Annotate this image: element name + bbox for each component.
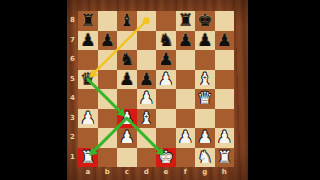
square-g7[interactable]: ♟: [195, 31, 215, 51]
letterbox-left: [0, 0, 67, 180]
black-knight-c6[interactable]: ♞: [119, 50, 134, 69]
board-frame: ♜♝♜♚♟♟♞♟♟♟♞♟♛♟♟♟♝♟♛♟♟♝♟♟♟♟♜♚♞♜ 87654321 …: [67, 0, 248, 180]
square-h7[interactable]: ♟: [215, 31, 235, 51]
square-b3[interactable]: [98, 109, 118, 129]
white-knight-g1[interactable]: ♞: [197, 147, 212, 166]
square-f3[interactable]: [176, 109, 196, 129]
square-g4[interactable]: ♛: [195, 89, 215, 109]
square-h5[interactable]: [215, 70, 235, 90]
white-pawn-e5[interactable]: ♟: [158, 69, 173, 88]
file-label-d: d: [137, 167, 157, 178]
square-e8[interactable]: [156, 11, 176, 31]
white-queen-g4[interactable]: ♛: [197, 89, 212, 108]
square-g8[interactable]: ♚: [195, 11, 215, 31]
square-c3[interactable]: ♟: [117, 109, 137, 129]
black-king-g8[interactable]: ♚: [197, 11, 212, 30]
file-label-h: h: [215, 167, 235, 178]
black-pawn-c5[interactable]: ♟: [119, 69, 134, 88]
black-pawn-d5[interactable]: ♟: [139, 69, 154, 88]
square-h3[interactable]: [215, 109, 235, 129]
square-b7[interactable]: ♟: [98, 31, 118, 51]
white-pawn-a3[interactable]: ♟: [80, 108, 95, 127]
black-knight-e7[interactable]: ♞: [158, 30, 173, 49]
file-label-a: a: [78, 167, 98, 178]
black-pawn-f7[interactable]: ♟: [178, 30, 193, 49]
white-rook-a1[interactable]: ♜: [80, 147, 95, 166]
square-a6[interactable]: [78, 50, 98, 70]
file-label-b: b: [98, 167, 118, 178]
white-pawn-c3[interactable]: ♟: [119, 108, 134, 127]
square-h4[interactable]: [215, 89, 235, 109]
file-label-e: e: [156, 167, 176, 178]
black-pawn-e6[interactable]: ♟: [158, 50, 173, 69]
square-a7[interactable]: ♟: [78, 31, 98, 51]
square-g3[interactable]: [195, 109, 215, 129]
rank-label-8: 8: [67, 11, 78, 31]
square-e7[interactable]: ♞: [156, 31, 176, 51]
square-h1[interactable]: ♜: [215, 148, 235, 168]
square-f2[interactable]: ♟: [176, 128, 196, 148]
rank-label-2: 2: [67, 128, 78, 148]
square-c2[interactable]: ♟: [117, 128, 137, 148]
chess-board: ♜♝♜♚♟♟♞♟♟♟♞♟♛♟♟♟♝♟♛♟♟♝♟♟♟♟♜♚♞♜: [78, 11, 234, 167]
square-e4[interactable]: [156, 89, 176, 109]
rank-label-7: 7: [67, 31, 78, 51]
black-rook-f8[interactable]: ♜: [178, 11, 193, 30]
square-b5[interactable]: [98, 70, 118, 90]
black-queen-a5[interactable]: ♛: [80, 69, 95, 88]
square-h6[interactable]: [215, 50, 235, 70]
square-f5[interactable]: [176, 70, 196, 90]
white-pawn-h2[interactable]: ♟: [217, 128, 232, 147]
white-pawn-c2[interactable]: ♟: [119, 128, 134, 147]
square-b8[interactable]: [98, 11, 118, 31]
square-h2[interactable]: ♟: [215, 128, 235, 148]
square-b2[interactable]: [98, 128, 118, 148]
square-a5[interactable]: ♛: [78, 70, 98, 90]
square-g6[interactable]: [195, 50, 215, 70]
white-king-e1[interactable]: ♚: [158, 147, 173, 166]
white-bishop-d3[interactable]: ♝: [139, 108, 154, 127]
rank-label-6: 6: [67, 50, 78, 70]
square-f1[interactable]: [176, 148, 196, 168]
file-label-g: g: [195, 167, 215, 178]
square-d6[interactable]: [137, 50, 157, 70]
square-d5[interactable]: ♟: [137, 70, 157, 90]
square-d7[interactable]: [137, 31, 157, 51]
letterbox-right: [248, 0, 320, 180]
square-a4[interactable]: [78, 89, 98, 109]
white-rook-h1[interactable]: ♜: [217, 147, 232, 166]
square-h8[interactable]: [215, 11, 235, 31]
square-b6[interactable]: [98, 50, 118, 70]
square-b4[interactable]: [98, 89, 118, 109]
square-d3[interactable]: ♝: [137, 109, 157, 129]
square-d1[interactable]: [137, 148, 157, 168]
square-c5[interactable]: ♟: [117, 70, 137, 90]
square-b1[interactable]: [98, 148, 118, 168]
square-f6[interactable]: [176, 50, 196, 70]
square-e1[interactable]: ♚: [156, 148, 176, 168]
white-pawn-d4[interactable]: ♟: [139, 89, 154, 108]
square-d8[interactable]: [137, 11, 157, 31]
black-pawn-a7[interactable]: ♟: [80, 30, 95, 49]
square-d4[interactable]: ♟: [137, 89, 157, 109]
square-c4[interactable]: [117, 89, 137, 109]
square-a8[interactable]: ♜: [78, 11, 98, 31]
black-pawn-b7[interactable]: ♟: [100, 30, 115, 49]
square-f4[interactable]: [176, 89, 196, 109]
rank-label-3: 3: [67, 109, 78, 129]
white-pawn-f2[interactable]: ♟: [178, 128, 193, 147]
square-f8[interactable]: ♜: [176, 11, 196, 31]
square-a2[interactable]: [78, 128, 98, 148]
square-e6[interactable]: ♟: [156, 50, 176, 70]
square-c1[interactable]: [117, 148, 137, 168]
file-label-f: f: [176, 167, 196, 178]
square-f7[interactable]: ♟: [176, 31, 196, 51]
square-e5[interactable]: ♟: [156, 70, 176, 90]
black-rook-a8[interactable]: ♜: [80, 11, 95, 30]
square-g5[interactable]: ♝: [195, 70, 215, 90]
square-c8[interactable]: ♝: [117, 11, 137, 31]
square-c7[interactable]: [117, 31, 137, 51]
square-g1[interactable]: ♞: [195, 148, 215, 168]
screenshot-stage: ♜♝♜♚♟♟♞♟♟♟♞♟♛♟♟♟♝♟♛♟♟♝♟♟♟♟♜♚♞♜ 87654321 …: [0, 0, 320, 180]
black-pawn-h7[interactable]: ♟: [217, 30, 232, 49]
square-a3[interactable]: ♟: [78, 109, 98, 129]
file-label-c: c: [117, 167, 137, 178]
square-c6[interactable]: ♞: [117, 50, 137, 70]
white-pawn-g2[interactable]: ♟: [197, 128, 212, 147]
square-e3[interactable]: [156, 109, 176, 129]
rank-label-5: 5: [67, 70, 78, 90]
rank-label-4: 4: [67, 89, 78, 109]
white-bishop-g5[interactable]: ♝: [197, 69, 212, 88]
square-e2[interactable]: [156, 128, 176, 148]
black-bishop-c8[interactable]: ♝: [119, 11, 134, 30]
black-pawn-g7[interactable]: ♟: [197, 30, 212, 49]
rank-label-1: 1: [67, 148, 78, 168]
square-g2[interactable]: ♟: [195, 128, 215, 148]
square-d2[interactable]: [137, 128, 157, 148]
square-a1[interactable]: ♜: [78, 148, 98, 168]
